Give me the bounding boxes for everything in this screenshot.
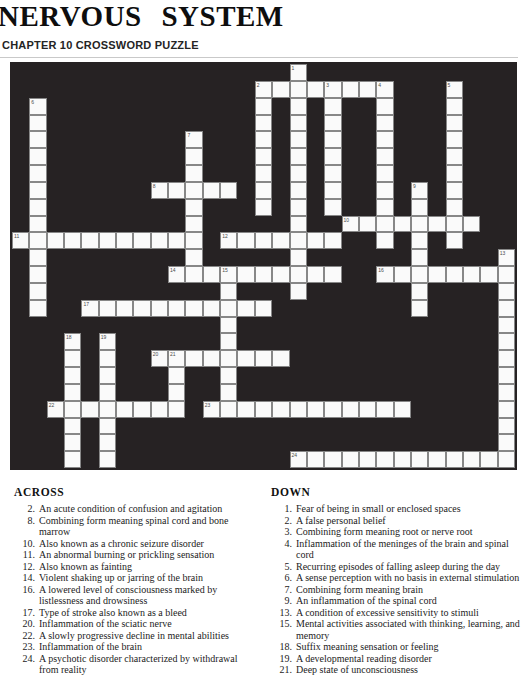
black-cell bbox=[12, 283, 29, 300]
grid-cell[interactable] bbox=[185, 350, 202, 367]
grid-cell[interactable] bbox=[359, 451, 376, 468]
grid-cell[interactable] bbox=[29, 199, 46, 216]
black-cell bbox=[324, 333, 341, 350]
grid-cell[interactable] bbox=[376, 131, 393, 148]
grid-cell[interactable] bbox=[498, 333, 515, 350]
black-cell bbox=[428, 64, 445, 81]
grid-cell[interactable] bbox=[498, 401, 515, 418]
grid-cell[interactable] bbox=[324, 401, 341, 418]
grid-cell[interactable] bbox=[394, 266, 411, 283]
black-cell bbox=[498, 216, 515, 233]
grid-cell[interactable] bbox=[342, 451, 359, 468]
grid-cell[interactable] bbox=[220, 283, 237, 300]
grid-cell[interactable]: 16 bbox=[376, 266, 393, 283]
black-cell bbox=[324, 283, 341, 300]
grid-cell[interactable] bbox=[64, 401, 81, 418]
grid-cell[interactable] bbox=[428, 266, 445, 283]
grid-cell[interactable] bbox=[255, 115, 272, 132]
black-cell bbox=[203, 249, 220, 266]
grid-cell[interactable] bbox=[255, 148, 272, 165]
grid-cell[interactable] bbox=[255, 300, 272, 317]
grid-cell[interactable]: 6 bbox=[29, 98, 46, 115]
grid-cell[interactable] bbox=[116, 401, 133, 418]
grid-cell[interactable] bbox=[255, 98, 272, 115]
black-cell bbox=[47, 266, 64, 283]
grid-cell[interactable] bbox=[151, 300, 168, 317]
clue-text: Deep state of unconsciousness bbox=[296, 664, 525, 676]
grid-cell[interactable] bbox=[133, 300, 150, 317]
grid-cell[interactable] bbox=[342, 81, 359, 98]
grid-cell[interactable]: 15 bbox=[220, 266, 237, 283]
black-cell bbox=[237, 367, 254, 384]
grid-cell[interactable] bbox=[99, 367, 116, 384]
grid-cell[interactable] bbox=[116, 300, 133, 317]
black-cell bbox=[185, 384, 202, 401]
down-clue-list: 1.Fear of being in small or enclosed spa… bbox=[271, 503, 525, 676]
grid-cell[interactable] bbox=[290, 232, 307, 249]
grid-cell[interactable] bbox=[220, 333, 237, 350]
grid-cell[interactable]: 18 bbox=[64, 333, 81, 350]
grid-cell[interactable] bbox=[446, 199, 463, 216]
black-cell bbox=[342, 165, 359, 182]
clue-item: 17.Type of stroke also known as a bleed bbox=[14, 607, 258, 619]
grid-cell[interactable] bbox=[324, 115, 341, 132]
black-cell bbox=[307, 115, 324, 132]
grid-cell[interactable]: 1 bbox=[290, 64, 307, 81]
grid-cell[interactable] bbox=[237, 300, 254, 317]
black-cell bbox=[376, 283, 393, 300]
black-cell bbox=[168, 249, 185, 266]
black-cell bbox=[359, 300, 376, 317]
grid-cell[interactable] bbox=[463, 266, 480, 283]
grid-cell[interactable] bbox=[81, 232, 98, 249]
grid-cell[interactable] bbox=[64, 434, 81, 451]
grid-cell[interactable] bbox=[446, 216, 463, 233]
black-cell bbox=[428, 434, 445, 451]
grid-cell[interactable] bbox=[168, 401, 185, 418]
grid-cell[interactable] bbox=[290, 98, 307, 115]
grid-cell[interactable] bbox=[290, 401, 307, 418]
black-cell bbox=[47, 182, 64, 199]
grid-cell[interactable] bbox=[498, 300, 515, 317]
grid-cell[interactable] bbox=[29, 300, 46, 317]
black-cell bbox=[290, 367, 307, 384]
grid-cell[interactable] bbox=[290, 266, 307, 283]
grid-cell[interactable] bbox=[99, 350, 116, 367]
grid-cell[interactable] bbox=[498, 367, 515, 384]
grid-cell[interactable] bbox=[498, 451, 515, 468]
grid-cell[interactable] bbox=[81, 401, 98, 418]
grid-cell[interactable] bbox=[133, 232, 150, 249]
grid-cell[interactable] bbox=[99, 434, 116, 451]
grid-cell[interactable] bbox=[446, 182, 463, 199]
grid-cell[interactable] bbox=[29, 249, 46, 266]
grid-cell[interactable] bbox=[446, 148, 463, 165]
black-cell bbox=[359, 283, 376, 300]
grid-cell[interactable] bbox=[307, 266, 324, 283]
grid-cell[interactable] bbox=[220, 350, 237, 367]
black-cell bbox=[237, 115, 254, 132]
grid-cell[interactable]: 8 bbox=[151, 182, 168, 199]
black-cell bbox=[29, 401, 46, 418]
grid-cell[interactable] bbox=[290, 182, 307, 199]
black-cell bbox=[64, 81, 81, 98]
grid-cell[interactable] bbox=[394, 216, 411, 233]
black-cell bbox=[290, 333, 307, 350]
black-cell bbox=[307, 333, 324, 350]
down-heading: DOWN bbox=[271, 486, 525, 498]
black-cell bbox=[359, 98, 376, 115]
grid-cell[interactable] bbox=[220, 401, 237, 418]
grid-cell[interactable] bbox=[324, 98, 341, 115]
grid-cell[interactable] bbox=[307, 81, 324, 98]
clue-item: 10.Also known as a chronic seizure disor… bbox=[14, 538, 258, 550]
black-cell bbox=[168, 451, 185, 468]
grid-cell[interactable] bbox=[376, 199, 393, 216]
grid-cell[interactable] bbox=[376, 401, 393, 418]
clue-number: 14. bbox=[14, 572, 39, 584]
grid-cell[interactable] bbox=[29, 216, 46, 233]
grid-cell[interactable] bbox=[29, 182, 46, 199]
grid-cell[interactable] bbox=[307, 451, 324, 468]
grid-cell[interactable] bbox=[64, 418, 81, 435]
clue-text: An acute condition of confusion and agit… bbox=[39, 503, 258, 515]
grid-cell[interactable] bbox=[394, 401, 411, 418]
grid-cell[interactable] bbox=[29, 232, 46, 249]
grid-cell[interactable]: 4 bbox=[376, 81, 393, 98]
black-cell bbox=[480, 115, 497, 132]
grid-cell[interactable]: 23 bbox=[203, 401, 220, 418]
grid-cell[interactable] bbox=[99, 300, 116, 317]
grid-cell[interactable] bbox=[168, 232, 185, 249]
cell-number: 1 bbox=[292, 65, 295, 71]
grid-cell[interactable] bbox=[446, 131, 463, 148]
grid-cell[interactable]: 20 bbox=[151, 350, 168, 367]
grid-cell[interactable] bbox=[255, 131, 272, 148]
grid-cell[interactable] bbox=[376, 451, 393, 468]
cell-number: 9 bbox=[413, 183, 416, 189]
black-cell bbox=[411, 64, 428, 81]
grid-cell[interactable] bbox=[290, 148, 307, 165]
black-cell bbox=[480, 64, 497, 81]
black-cell bbox=[428, 249, 445, 266]
black-cell bbox=[81, 418, 98, 435]
grid-cell[interactable] bbox=[446, 232, 463, 249]
grid-cell[interactable] bbox=[324, 199, 341, 216]
grid-cell[interactable] bbox=[290, 216, 307, 233]
grid-cell[interactable] bbox=[411, 216, 428, 233]
grid-cell[interactable] bbox=[237, 232, 254, 249]
grid-cell[interactable] bbox=[185, 232, 202, 249]
grid-cell[interactable] bbox=[498, 283, 515, 300]
grid-cell[interactable]: 9 bbox=[411, 182, 428, 199]
grid-cell[interactable] bbox=[324, 148, 341, 165]
grid-cell[interactable] bbox=[220, 367, 237, 384]
grid-cell[interactable]: 2 bbox=[255, 81, 272, 98]
grid-cell[interactable]: 17 bbox=[81, 300, 98, 317]
grid-cell[interactable] bbox=[446, 115, 463, 132]
black-cell bbox=[47, 148, 64, 165]
grid-cell[interactable] bbox=[463, 216, 480, 233]
grid-cell[interactable] bbox=[342, 401, 359, 418]
grid-cell[interactable] bbox=[99, 451, 116, 468]
black-cell bbox=[359, 199, 376, 216]
grid-cell[interactable] bbox=[29, 283, 46, 300]
black-cell bbox=[411, 165, 428, 182]
grid-cell[interactable]: 11 bbox=[12, 232, 29, 249]
black-cell bbox=[133, 64, 150, 81]
black-cell bbox=[237, 418, 254, 435]
grid-cell[interactable] bbox=[411, 249, 428, 266]
grid-cell[interactable] bbox=[480, 266, 497, 283]
grid-cell[interactable] bbox=[394, 451, 411, 468]
black-cell bbox=[47, 115, 64, 132]
grid-cell[interactable] bbox=[498, 317, 515, 334]
black-cell bbox=[411, 81, 428, 98]
clue-text: An abnormal burning or prickling sensati… bbox=[39, 549, 258, 561]
black-cell bbox=[237, 148, 254, 165]
grid-cell[interactable] bbox=[151, 401, 168, 418]
clue-text: Type of stroke also known as a bleed bbox=[39, 607, 258, 619]
grid-cell[interactable] bbox=[203, 350, 220, 367]
grid-cell[interactable] bbox=[324, 266, 341, 283]
grid-cell[interactable] bbox=[324, 131, 341, 148]
grid-cell[interactable] bbox=[290, 115, 307, 132]
grid-cell[interactable] bbox=[411, 266, 428, 283]
black-cell bbox=[203, 216, 220, 233]
black-cell bbox=[220, 418, 237, 435]
black-cell bbox=[359, 317, 376, 334]
grid-cell[interactable] bbox=[498, 384, 515, 401]
grid-cell[interactable] bbox=[324, 182, 341, 199]
grid-cell[interactable] bbox=[376, 165, 393, 182]
grid-cell[interactable] bbox=[64, 350, 81, 367]
grid-cell[interactable] bbox=[203, 300, 220, 317]
grid-cell[interactable] bbox=[99, 232, 116, 249]
grid-cell[interactable] bbox=[47, 232, 64, 249]
grid-cell[interactable]: 14 bbox=[168, 266, 185, 283]
black-cell bbox=[411, 434, 428, 451]
grid-cell[interactable] bbox=[307, 401, 324, 418]
grid-cell[interactable] bbox=[255, 199, 272, 216]
grid-cell[interactable] bbox=[376, 232, 393, 249]
grid-cell[interactable] bbox=[411, 199, 428, 216]
black-cell bbox=[237, 434, 254, 451]
grid-cell[interactable]: 12 bbox=[220, 232, 237, 249]
grid-cell[interactable] bbox=[168, 300, 185, 317]
grid-cell[interactable] bbox=[64, 367, 81, 384]
black-cell bbox=[81, 165, 98, 182]
black-cell bbox=[428, 401, 445, 418]
black-cell bbox=[151, 434, 168, 451]
grid-cell[interactable] bbox=[272, 401, 289, 418]
grid-cell[interactable] bbox=[411, 232, 428, 249]
grid-cell[interactable] bbox=[446, 266, 463, 283]
grid-cell[interactable] bbox=[237, 350, 254, 367]
black-cell bbox=[255, 64, 272, 81]
grid-cell[interactable] bbox=[272, 350, 289, 367]
grid-cell[interactable] bbox=[203, 266, 220, 283]
grid-cell[interactable] bbox=[168, 182, 185, 199]
grid-cell[interactable] bbox=[255, 182, 272, 199]
clue-number: 10. bbox=[14, 538, 39, 550]
grid-cell[interactable] bbox=[307, 232, 324, 249]
grid-cell[interactable] bbox=[290, 81, 307, 98]
black-cell bbox=[99, 148, 116, 165]
grid-cell[interactable] bbox=[29, 266, 46, 283]
grid-cell[interactable]: 13 bbox=[498, 249, 515, 266]
grid-cell[interactable] bbox=[446, 451, 463, 468]
grid-cell[interactable] bbox=[255, 401, 272, 418]
grid-cell[interactable] bbox=[237, 401, 254, 418]
grid-cell[interactable] bbox=[255, 165, 272, 182]
grid-cell[interactable] bbox=[220, 317, 237, 334]
grid-cell[interactable] bbox=[428, 216, 445, 233]
black-cell bbox=[133, 98, 150, 115]
clue-text: A sense perception with no basis in exte… bbox=[296, 572, 525, 584]
grid-cell[interactable] bbox=[290, 249, 307, 266]
grid-cell[interactable] bbox=[498, 418, 515, 435]
grid-cell[interactable] bbox=[29, 148, 46, 165]
black-cell bbox=[394, 333, 411, 350]
cell-number: 14 bbox=[170, 267, 176, 273]
grid-cell[interactable] bbox=[220, 300, 237, 317]
black-cell bbox=[480, 199, 497, 216]
grid-cell[interactable] bbox=[255, 232, 272, 249]
grid-cell[interactable] bbox=[376, 182, 393, 199]
black-cell bbox=[81, 199, 98, 216]
black-cell bbox=[133, 367, 150, 384]
grid-cell[interactable]: 10 bbox=[342, 216, 359, 233]
grid-cell[interactable] bbox=[463, 451, 480, 468]
grid-cell[interactable] bbox=[64, 232, 81, 249]
grid-cell[interactable] bbox=[376, 216, 393, 233]
black-cell bbox=[480, 98, 497, 115]
grid-cell[interactable] bbox=[498, 266, 515, 283]
grid-cell[interactable] bbox=[411, 451, 428, 468]
grid-cell[interactable] bbox=[290, 199, 307, 216]
grid-cell[interactable] bbox=[133, 401, 150, 418]
black-cell bbox=[463, 131, 480, 148]
grid-cell[interactable] bbox=[185, 266, 202, 283]
grid-cell[interactable] bbox=[116, 232, 133, 249]
clue-number: 23. bbox=[14, 641, 39, 653]
grid-cell[interactable] bbox=[99, 384, 116, 401]
grid-cell[interactable] bbox=[185, 216, 202, 233]
grid-cell[interactable]: 3 bbox=[324, 81, 341, 98]
grid-cell[interactable] bbox=[324, 451, 341, 468]
grid-cell[interactable] bbox=[168, 367, 185, 384]
grid-cell[interactable] bbox=[324, 165, 341, 182]
grid-cell[interactable] bbox=[498, 434, 515, 451]
black-cell bbox=[151, 64, 168, 81]
grid-cell[interactable] bbox=[185, 199, 202, 216]
black-cell bbox=[81, 317, 98, 334]
grid-cell[interactable] bbox=[99, 401, 116, 418]
clue-number: 24. bbox=[14, 653, 39, 676]
grid-cell[interactable] bbox=[272, 81, 289, 98]
grid-cell[interactable]: 19 bbox=[99, 333, 116, 350]
grid-cell[interactable]: 24 bbox=[290, 451, 307, 468]
black-cell bbox=[446, 249, 463, 266]
black-cell bbox=[446, 401, 463, 418]
black-cell bbox=[151, 333, 168, 350]
black-cell bbox=[480, 300, 497, 317]
grid-cell[interactable] bbox=[203, 182, 220, 199]
grid-cell[interactable] bbox=[255, 350, 272, 367]
clue-item: 21.Deep state of unconsciousness bbox=[271, 664, 525, 676]
grid-cell[interactable] bbox=[272, 266, 289, 283]
clue-number: 19. bbox=[271, 653, 296, 665]
black-cell bbox=[47, 199, 64, 216]
grid-cell[interactable]: 5 bbox=[446, 81, 463, 98]
grid-cell[interactable] bbox=[446, 165, 463, 182]
black-cell bbox=[307, 165, 324, 182]
grid-cell[interactable]: 21 bbox=[168, 350, 185, 367]
grid-cell[interactable] bbox=[64, 384, 81, 401]
black-cell bbox=[342, 98, 359, 115]
grid-cell[interactable]: 22 bbox=[47, 401, 64, 418]
grid-cell[interactable] bbox=[428, 451, 445, 468]
black-cell bbox=[272, 333, 289, 350]
black-cell bbox=[290, 418, 307, 435]
grid-cell[interactable] bbox=[255, 266, 272, 283]
black-cell bbox=[133, 418, 150, 435]
grid-cell[interactable] bbox=[272, 232, 289, 249]
grid-cell[interactable] bbox=[29, 165, 46, 182]
black-cell bbox=[394, 418, 411, 435]
grid-cell[interactable] bbox=[237, 266, 254, 283]
grid-cell[interactable] bbox=[185, 182, 202, 199]
clue-text: A false personal belief bbox=[296, 515, 525, 527]
grid-cell[interactable] bbox=[168, 384, 185, 401]
grid-cell[interactable] bbox=[290, 165, 307, 182]
grid-cell[interactable] bbox=[185, 148, 202, 165]
grid-cell[interactable] bbox=[220, 182, 237, 199]
grid-cell[interactable] bbox=[498, 350, 515, 367]
grid-cell[interactable] bbox=[376, 148, 393, 165]
grid-cell[interactable] bbox=[220, 384, 237, 401]
grid-cell[interactable] bbox=[376, 98, 393, 115]
grid-cell[interactable] bbox=[64, 451, 81, 468]
grid-cell[interactable] bbox=[324, 232, 341, 249]
black-cell bbox=[255, 333, 272, 350]
grid-cell[interactable] bbox=[376, 115, 393, 132]
grid-cell[interactable] bbox=[185, 249, 202, 266]
grid-cell[interactable] bbox=[29, 131, 46, 148]
grid-cell[interactable] bbox=[29, 115, 46, 132]
black-cell bbox=[116, 384, 133, 401]
grid-cell[interactable] bbox=[411, 300, 428, 317]
grid-cell[interactable] bbox=[359, 81, 376, 98]
grid-cell[interactable] bbox=[185, 300, 202, 317]
grid-cell[interactable] bbox=[99, 418, 116, 435]
black-cell bbox=[307, 300, 324, 317]
black-cell bbox=[446, 300, 463, 317]
grid-cell[interactable] bbox=[290, 131, 307, 148]
grid-cell[interactable] bbox=[151, 232, 168, 249]
black-cell bbox=[47, 350, 64, 367]
black-cell bbox=[237, 131, 254, 148]
grid-cell[interactable] bbox=[359, 401, 376, 418]
grid-cell[interactable] bbox=[446, 98, 463, 115]
grid-cell[interactable] bbox=[290, 283, 307, 300]
grid-cell[interactable]: 7 bbox=[185, 131, 202, 148]
grid-cell[interactable] bbox=[411, 283, 428, 300]
grid-cell[interactable] bbox=[185, 165, 202, 182]
grid-cell[interactable] bbox=[359, 216, 376, 233]
grid-cell[interactable] bbox=[480, 451, 497, 468]
